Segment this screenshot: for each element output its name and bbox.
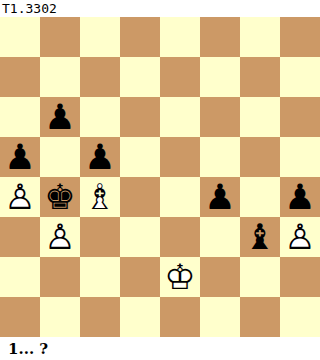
square-b7[interactable]	[40, 57, 80, 97]
square-g4[interactable]	[240, 177, 280, 217]
square-g8[interactable]	[240, 17, 280, 57]
white-king-fill: ♚	[160, 257, 200, 297]
square-d5[interactable]	[120, 137, 160, 177]
square-h4[interactable]: ♟	[280, 177, 320, 217]
square-f3[interactable]	[200, 217, 240, 257]
square-d6[interactable]	[120, 97, 160, 137]
white-pawn: ♙	[280, 217, 320, 257]
square-g1[interactable]	[240, 297, 280, 337]
square-g6[interactable]	[240, 97, 280, 137]
square-c8[interactable]	[80, 17, 120, 57]
square-g2[interactable]	[240, 257, 280, 297]
black-pawn: ♟	[80, 137, 120, 177]
white-bishop: ♗	[80, 177, 120, 217]
square-g5[interactable]	[240, 137, 280, 177]
square-b3[interactable]: ♟♙	[40, 217, 80, 257]
black-bishop: ♝	[240, 217, 280, 257]
square-f5[interactable]	[200, 137, 240, 177]
square-c6[interactable]	[80, 97, 120, 137]
black-pawn: ♟	[40, 97, 80, 137]
black-pawn: ♟	[0, 137, 40, 177]
square-h2[interactable]	[280, 257, 320, 297]
square-a6[interactable]	[0, 97, 40, 137]
square-f8[interactable]	[200, 17, 240, 57]
move-prompt: 1... ?	[0, 337, 320, 360]
square-b6[interactable]: ♟	[40, 97, 80, 137]
square-g3[interactable]: ♝	[240, 217, 280, 257]
white-bishop-fill: ♝	[80, 177, 120, 217]
square-d7[interactable]	[120, 57, 160, 97]
puzzle-title: T1.3302	[0, 0, 320, 17]
white-pawn-fill: ♟	[0, 177, 40, 217]
square-h6[interactable]	[280, 97, 320, 137]
square-a3[interactable]	[0, 217, 40, 257]
square-h5[interactable]	[280, 137, 320, 177]
square-a7[interactable]	[0, 57, 40, 97]
square-e4[interactable]	[160, 177, 200, 217]
square-a5[interactable]: ♟	[0, 137, 40, 177]
black-pawn: ♟	[200, 177, 240, 217]
square-e8[interactable]	[160, 17, 200, 57]
square-f7[interactable]	[200, 57, 240, 97]
white-pawn: ♙	[0, 177, 40, 217]
square-a4[interactable]: ♟♙	[0, 177, 40, 217]
square-c5[interactable]: ♟	[80, 137, 120, 177]
white-king: ♔	[160, 257, 200, 297]
square-e5[interactable]	[160, 137, 200, 177]
square-e6[interactable]	[160, 97, 200, 137]
square-h8[interactable]	[280, 17, 320, 57]
square-a1[interactable]	[0, 297, 40, 337]
square-a2[interactable]	[0, 257, 40, 297]
square-e7[interactable]	[160, 57, 200, 97]
square-e1[interactable]	[160, 297, 200, 337]
square-h7[interactable]	[280, 57, 320, 97]
square-c3[interactable]	[80, 217, 120, 257]
chess-board: ♟♟♟♟♙♚♝♗♟♟♟♙♝♟♙♚♔	[0, 17, 320, 337]
square-f1[interactable]	[200, 297, 240, 337]
black-pawn: ♟	[280, 177, 320, 217]
square-c4[interactable]: ♝♗	[80, 177, 120, 217]
square-h1[interactable]	[280, 297, 320, 337]
square-b5[interactable]	[40, 137, 80, 177]
square-c1[interactable]	[80, 297, 120, 337]
black-king: ♚	[40, 177, 80, 217]
square-e3[interactable]	[160, 217, 200, 257]
square-c7[interactable]	[80, 57, 120, 97]
square-d2[interactable]	[120, 257, 160, 297]
square-d1[interactable]	[120, 297, 160, 337]
white-pawn-fill: ♟	[40, 217, 80, 257]
square-b4[interactable]: ♚	[40, 177, 80, 217]
square-f2[interactable]	[200, 257, 240, 297]
square-f6[interactable]	[200, 97, 240, 137]
white-pawn-fill: ♟	[280, 217, 320, 257]
white-pawn: ♙	[40, 217, 80, 257]
square-h3[interactable]: ♟♙	[280, 217, 320, 257]
square-b8[interactable]	[40, 17, 80, 57]
square-a8[interactable]	[0, 17, 40, 57]
square-e2[interactable]: ♚♔	[160, 257, 200, 297]
square-c2[interactable]	[80, 257, 120, 297]
square-b2[interactable]	[40, 257, 80, 297]
square-d4[interactable]	[120, 177, 160, 217]
square-g7[interactable]	[240, 57, 280, 97]
square-b1[interactable]	[40, 297, 80, 337]
square-d8[interactable]	[120, 17, 160, 57]
square-f4[interactable]: ♟	[200, 177, 240, 217]
square-d3[interactable]	[120, 217, 160, 257]
